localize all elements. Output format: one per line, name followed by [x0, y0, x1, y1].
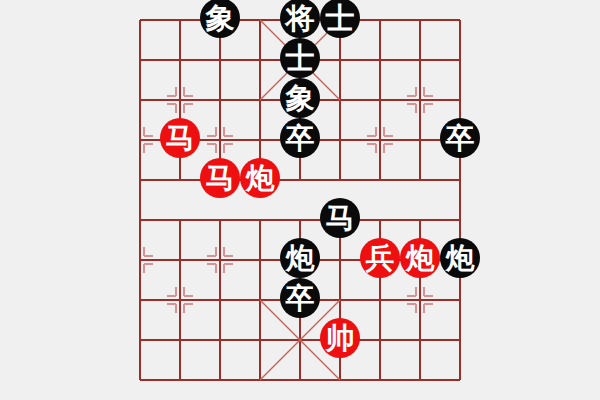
piece-red-soldier[interactable]: 兵: [360, 238, 400, 278]
piece-red-general[interactable]: 帅: [320, 318, 360, 358]
piece-red-cannon[interactable]: 炮: [240, 158, 280, 198]
piece-black-soldier[interactable]: 卒: [440, 118, 480, 158]
xiangqi-pieces-layer: 象将士士象马卒卒马炮马炮兵炮炮卒帅: [0, 0, 600, 400]
piece-black-cannon[interactable]: 炮: [280, 238, 320, 278]
xiangqi-app: 象将士士象马卒卒马炮马炮兵炮炮卒帅: [0, 0, 600, 400]
piece-black-advisor[interactable]: 士: [280, 38, 320, 78]
piece-red-cannon[interactable]: 炮: [400, 238, 440, 278]
piece-black-cannon[interactable]: 炮: [440, 238, 480, 278]
piece-black-horse[interactable]: 马: [320, 198, 360, 238]
piece-black-soldier[interactable]: 卒: [280, 118, 320, 158]
piece-black-general[interactable]: 将: [280, 0, 320, 38]
piece-black-elephant[interactable]: 象: [280, 78, 320, 118]
piece-black-advisor[interactable]: 士: [320, 0, 360, 38]
piece-black-elephant[interactable]: 象: [200, 0, 240, 38]
piece-black-soldier[interactable]: 卒: [280, 278, 320, 318]
piece-red-horse[interactable]: 马: [160, 118, 200, 158]
piece-red-horse[interactable]: 马: [200, 158, 240, 198]
